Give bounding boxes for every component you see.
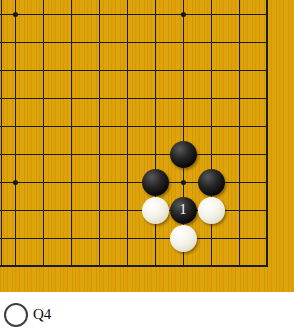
grid-line-horizontal <box>0 126 268 127</box>
star-point-K10 <box>13 12 18 17</box>
grid-line-horizontal <box>0 42 268 43</box>
star-point-Q10 <box>181 12 186 17</box>
go-problem-diagram: 1 Q4 <box>0 0 294 330</box>
stone-white-Q2 <box>170 225 197 252</box>
grid-line-vertical <box>43 0 44 267</box>
grid-line-vertical <box>99 0 100 267</box>
star-point-Q4 <box>181 180 186 185</box>
move-coordinate-label: Q4 <box>33 307 51 322</box>
grid-line-horizontal <box>0 98 268 99</box>
stone-black-Q3: 1 <box>170 197 197 224</box>
grid-line-horizontal <box>0 182 268 183</box>
grid-line-horizontal <box>0 70 268 71</box>
grid-line-vertical <box>266 0 268 267</box>
stone-black-P4 <box>142 169 169 196</box>
grid-line-vertical <box>127 0 128 267</box>
stone-black-R4 <box>198 169 225 196</box>
stone-white-P3 <box>142 197 169 224</box>
stone-black-Q5 <box>170 141 197 168</box>
white-stone-icon <box>4 303 28 327</box>
grid-line-vertical <box>239 0 240 267</box>
grid-line-horizontal <box>0 238 268 239</box>
move-number-label: 1 <box>180 203 187 217</box>
grid-line-horizontal <box>0 265 268 267</box>
star-point-K4 <box>13 180 18 185</box>
grid-line-vertical <box>211 0 212 267</box>
grid-line-vertical <box>15 0 16 267</box>
grid-line-vertical <box>155 0 156 267</box>
move-caption: Q4 <box>0 292 294 330</box>
grid-line-horizontal <box>0 210 268 211</box>
grid-line-vertical <box>71 0 72 267</box>
go-board[interactable]: 1 <box>0 0 294 292</box>
grid-line-horizontal <box>0 14 268 15</box>
stone-white-R3 <box>198 197 225 224</box>
crop-edge-line <box>1 0 2 267</box>
grid-line-horizontal <box>0 154 268 155</box>
